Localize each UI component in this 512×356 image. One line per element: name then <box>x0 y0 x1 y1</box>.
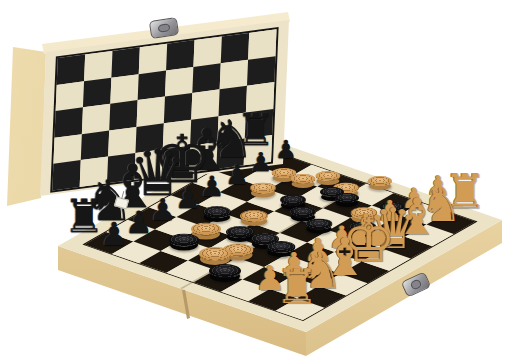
chess-piece-black-pawn[interactable]: ♟ <box>275 137 297 162</box>
checker-piece-black[interactable] <box>203 206 231 218</box>
checker-piece-black[interactable] <box>280 195 306 206</box>
chess-piece-black-pawn[interactable]: ♟ <box>199 173 224 201</box>
chess-piece-black-pawn[interactable]: ♟ <box>100 218 129 250</box>
checker-piece-black[interactable] <box>290 207 316 218</box>
piece-layer: ♜♞♝♛♚♝♞♜♟♟♟♟♟♟♟♟♜♞♝♚♛♝♞♜♟♟♟♟♟♟♟♟ <box>0 0 512 356</box>
checker-piece-wood[interactable] <box>250 183 276 194</box>
checker-piece-black[interactable] <box>335 193 359 203</box>
checker-piece-wood[interactable] <box>191 223 221 236</box>
checker-piece-black[interactable] <box>226 226 254 238</box>
chess-piece-black-pawn[interactable]: ♟ <box>175 184 201 213</box>
chess-piece-black-pawn[interactable]: ♟ <box>150 195 177 225</box>
checker-piece-wood[interactable] <box>368 176 392 186</box>
checker-piece-wood[interactable] <box>240 210 268 222</box>
checker-piece-wood[interactable] <box>316 171 341 181</box>
chess-set-product-photo: ♜♞♝♛♚♝♞♜♟♟♟♟♟♟♟♟♜♞♝♚♛♝♞♜♟♟♟♟♟♟♟♟ <box>0 0 512 356</box>
chess-piece-wood-rook[interactable]: ♜ <box>275 262 318 310</box>
checker-piece-wood[interactable] <box>291 174 316 184</box>
checker-piece-wood[interactable] <box>199 247 231 261</box>
checker-piece-black[interactable] <box>209 264 241 278</box>
chess-piece-black-pawn[interactable]: ♟ <box>225 161 249 188</box>
checker-piece-black[interactable] <box>169 234 199 247</box>
chess-piece-black-rook[interactable]: ♜ <box>63 193 104 239</box>
chess-piece-black-pawn[interactable]: ♟ <box>249 149 272 175</box>
chess-piece-black-pawn[interactable]: ♟ <box>125 207 153 238</box>
